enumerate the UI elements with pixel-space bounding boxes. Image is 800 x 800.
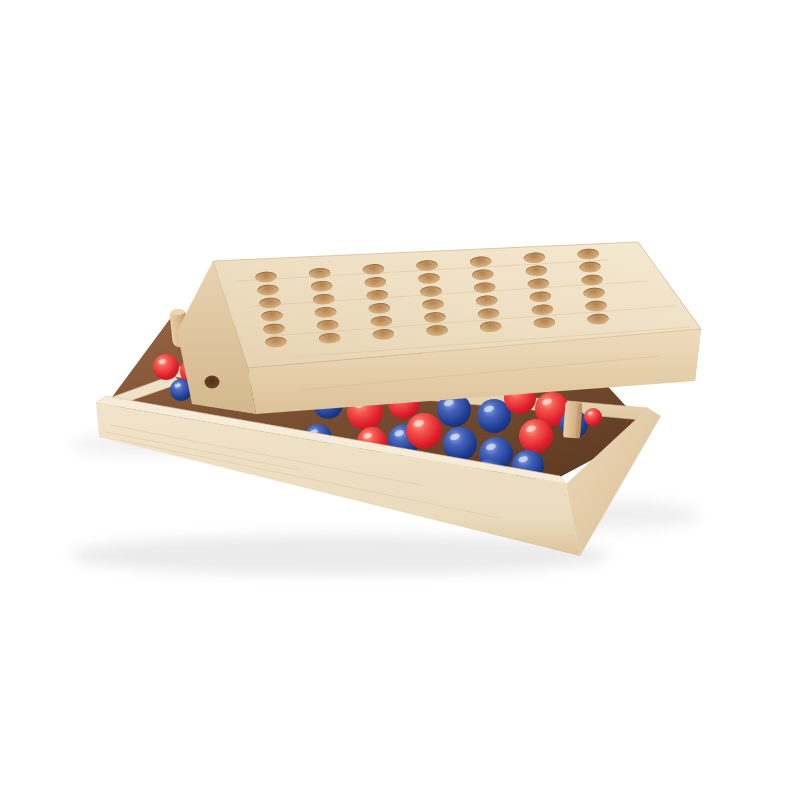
board-hole [361, 263, 385, 276]
board-hole [260, 310, 284, 323]
board-hole [254, 271, 278, 284]
board-hole [318, 332, 342, 345]
board-hole [419, 285, 443, 298]
board-hole [578, 261, 602, 274]
board-hole [369, 315, 393, 328]
board-left-end-hole [205, 376, 220, 389]
board-hole [584, 300, 608, 313]
board-hole [258, 297, 282, 310]
alignment-peg-right [563, 401, 582, 438]
board-hole [473, 281, 497, 294]
board-hole [580, 274, 604, 287]
board-hole [582, 287, 606, 300]
board-hole [528, 290, 552, 303]
board-hole [526, 277, 550, 290]
board-hole [415, 259, 439, 272]
board-hole [524, 264, 548, 277]
board-hole [363, 276, 387, 289]
board-hole [469, 255, 493, 268]
board-hole [421, 298, 445, 311]
board-hole [417, 272, 441, 285]
red-ball[interactable] [153, 354, 179, 380]
board-hole [314, 306, 338, 319]
board-hole [471, 268, 495, 281]
red-ball[interactable] [519, 419, 553, 453]
product-photo [0, 0, 800, 800]
board-hole [479, 320, 503, 333]
board-hole [262, 323, 286, 336]
board-hole [475, 294, 499, 307]
board-hole [532, 316, 556, 329]
board-hole [316, 319, 340, 332]
blue-ball[interactable] [443, 427, 477, 461]
board-hole [371, 328, 395, 341]
board-hole [310, 280, 334, 293]
board-hole [308, 267, 332, 280]
board-hole [477, 307, 501, 320]
red-ball[interactable] [406, 413, 442, 449]
board-hole [264, 336, 288, 349]
board-hole [423, 311, 447, 324]
board-hole [576, 248, 600, 261]
board-hole [365, 289, 389, 302]
board-hole [425, 324, 449, 337]
board-hole [312, 293, 336, 306]
red-ball[interactable] [584, 408, 602, 426]
scene [0, 0, 800, 800]
board-hole [367, 302, 391, 315]
board-hole [522, 251, 546, 264]
board-hole [586, 313, 610, 326]
board-hole [530, 303, 554, 316]
board-hole [256, 284, 280, 297]
